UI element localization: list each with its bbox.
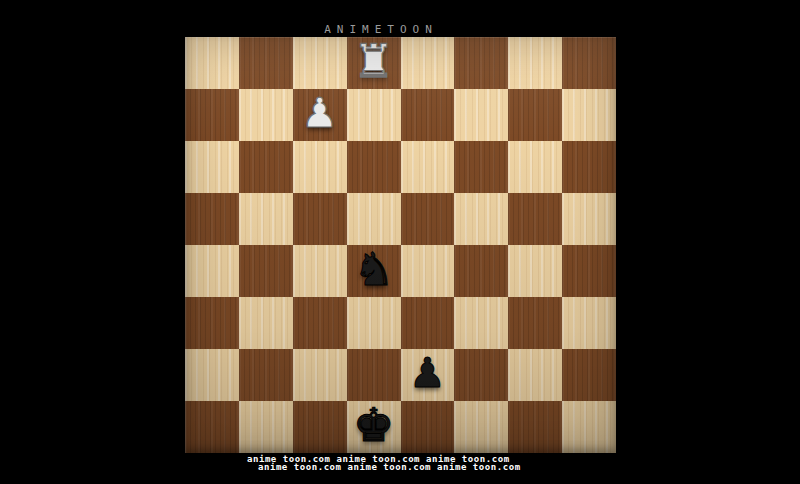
square-e5[interactable] [401,193,455,245]
square-f8[interactable] [454,37,508,89]
square-g5[interactable] [508,193,562,245]
square-e4[interactable] [401,245,455,297]
square-d8[interactable]: ♜ [347,37,401,89]
watermark-line-2: anime toon.com anime toon.com anime toon… [258,462,521,472]
square-e8[interactable] [401,37,455,89]
square-a1[interactable] [185,401,239,453]
square-b1[interactable] [239,401,293,453]
square-h3[interactable] [562,297,616,349]
square-d1[interactable]: ♚ [347,401,401,453]
square-c3[interactable] [293,297,347,349]
square-h4[interactable] [562,245,616,297]
square-g1[interactable] [508,401,562,453]
square-h6[interactable] [562,141,616,193]
square-d6[interactable] [347,141,401,193]
square-e3[interactable] [401,297,455,349]
square-e6[interactable] [401,141,455,193]
square-h2[interactable] [562,349,616,401]
square-g4[interactable] [508,245,562,297]
white-rook[interactable]: ♜ [353,38,394,84]
square-c8[interactable] [293,37,347,89]
square-c6[interactable] [293,141,347,193]
chess-board: ♜♟♞♟♚ [185,37,616,453]
square-e1[interactable] [401,401,455,453]
square-e7[interactable] [401,89,455,141]
square-d4[interactable]: ♞ [347,245,401,297]
square-a7[interactable] [185,89,239,141]
square-a2[interactable] [185,349,239,401]
square-d7[interactable] [347,89,401,141]
square-e2[interactable]: ♟ [401,349,455,401]
square-b3[interactable] [239,297,293,349]
square-f4[interactable] [454,245,508,297]
square-b7[interactable] [239,89,293,141]
square-b4[interactable] [239,245,293,297]
page-background: ANIMETOON ♜♟♞♟♚ anime toon.com anime too… [0,0,800,484]
square-d2[interactable] [347,349,401,401]
square-d5[interactable] [347,193,401,245]
square-h7[interactable] [562,89,616,141]
square-c2[interactable] [293,349,347,401]
square-f2[interactable] [454,349,508,401]
white-pawn[interactable]: ♟ [301,93,338,134]
square-f3[interactable] [454,297,508,349]
square-f5[interactable] [454,193,508,245]
square-a4[interactable] [185,245,239,297]
black-king[interactable]: ♚ [353,402,394,448]
square-c4[interactable] [293,245,347,297]
square-a5[interactable] [185,193,239,245]
square-b5[interactable] [239,193,293,245]
square-f6[interactable] [454,141,508,193]
square-a3[interactable] [185,297,239,349]
square-a6[interactable] [185,141,239,193]
square-c5[interactable] [293,193,347,245]
square-g3[interactable] [508,297,562,349]
square-c1[interactable] [293,401,347,453]
square-g6[interactable] [508,141,562,193]
square-h8[interactable] [562,37,616,89]
square-g7[interactable] [508,89,562,141]
square-c7[interactable]: ♟ [293,89,347,141]
square-f7[interactable] [454,89,508,141]
square-h5[interactable] [562,193,616,245]
black-knight[interactable]: ♞ [353,246,394,292]
square-a8[interactable] [185,37,239,89]
black-pawn[interactable]: ♟ [409,353,446,394]
square-g2[interactable] [508,349,562,401]
square-b6[interactable] [239,141,293,193]
square-d3[interactable] [347,297,401,349]
square-h1[interactable] [562,401,616,453]
square-g8[interactable] [508,37,562,89]
square-f1[interactable] [454,401,508,453]
square-b2[interactable] [239,349,293,401]
square-b8[interactable] [239,37,293,89]
